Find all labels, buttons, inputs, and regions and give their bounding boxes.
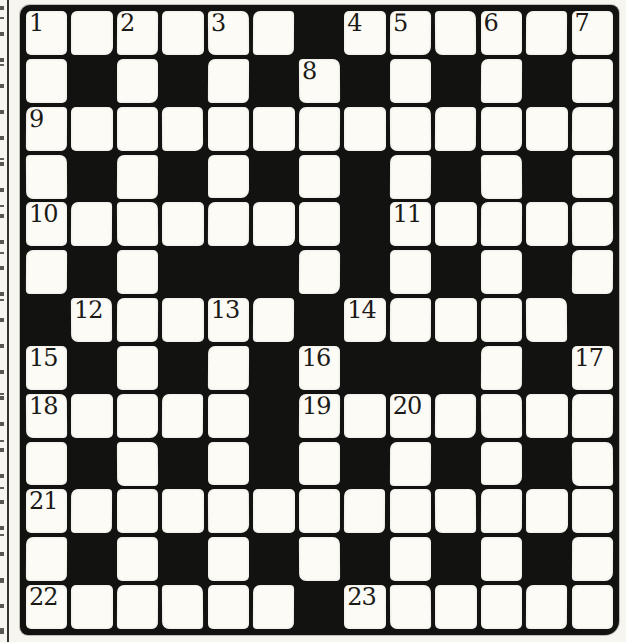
- black-cell: [435, 59, 476, 103]
- black-cell: [71, 537, 112, 581]
- white-cell[interactable]: [435, 11, 477, 55]
- white-cell[interactable]: 18: [26, 394, 68, 438]
- clue-number: 5: [393, 11, 407, 36]
- white-cell[interactable]: [71, 107, 112, 151]
- clue-number: 16: [302, 346, 331, 370]
- white-cell[interactable]: [71, 202, 113, 246]
- black-cell: [526, 155, 567, 199]
- white-cell[interactable]: [208, 346, 250, 390]
- white-cell[interactable]: 3: [208, 11, 250, 55]
- clue-number: 7: [575, 11, 589, 35]
- white-cell[interactable]: [344, 489, 386, 533]
- white-cell[interactable]: [390, 537, 431, 581]
- white-cell[interactable]: [299, 107, 341, 151]
- white-cell[interactable]: [571, 250, 613, 294]
- black-cell: [253, 394, 294, 438]
- black-cell: [344, 202, 385, 246]
- white-cell[interactable]: [253, 107, 294, 151]
- white-cell[interactable]: [571, 537, 613, 581]
- white-cell[interactable]: [299, 155, 340, 199]
- white-cell[interactable]: 8: [299, 59, 341, 103]
- white-cell[interactable]: [481, 537, 522, 581]
- white-cell[interactable]: [390, 59, 431, 103]
- white-cell[interactable]: 13: [208, 298, 249, 342]
- black-cell: [435, 442, 476, 486]
- white-cell[interactable]: [117, 154, 159, 198]
- white-cell[interactable]: [481, 250, 522, 294]
- black-cell: [344, 346, 385, 390]
- crossword-board: 1234567891011121314151617181920212223: [20, 5, 619, 635]
- white-cell[interactable]: [390, 585, 432, 629]
- black-cell: [26, 298, 67, 342]
- white-cell[interactable]: [572, 489, 613, 533]
- black-cell: [526, 537, 567, 581]
- white-cell[interactable]: [571, 394, 613, 438]
- black-cell: [208, 250, 249, 294]
- white-cell[interactable]: [208, 537, 249, 581]
- white-cell[interactable]: [299, 250, 341, 294]
- black-cell: [435, 537, 476, 581]
- black-cell: [162, 250, 203, 294]
- white-cell[interactable]: 23: [344, 585, 385, 629]
- white-cell[interactable]: 19: [299, 394, 341, 438]
- clue-number: 20: [393, 394, 422, 418]
- clue-number: 11: [393, 202, 422, 226]
- clue-number: 9: [29, 107, 43, 132]
- white-cell[interactable]: 12: [71, 298, 113, 342]
- white-cell[interactable]: [208, 585, 249, 629]
- black-cell: [162, 155, 203, 199]
- black-cell: [253, 155, 294, 199]
- white-cell[interactable]: [435, 107, 477, 151]
- white-cell[interactable]: 11: [390, 202, 431, 246]
- white-cell[interactable]: [390, 154, 432, 198]
- clue-number: 8: [302, 59, 316, 84]
- black-cell: [71, 250, 112, 294]
- black-cell: [253, 250, 294, 294]
- white-cell[interactable]: 4: [344, 11, 385, 55]
- white-cell[interactable]: [480, 394, 522, 438]
- white-cell[interactable]: [435, 202, 476, 246]
- white-cell[interactable]: [572, 59, 613, 103]
- white-cell[interactable]: 17: [572, 346, 613, 390]
- white-cell[interactable]: [117, 346, 158, 390]
- white-cell[interactable]: [344, 107, 385, 151]
- white-cell[interactable]: [253, 585, 295, 629]
- black-cell: [162, 59, 203, 103]
- black-cell: [71, 59, 112, 103]
- white-cell[interactable]: [253, 202, 294, 246]
- white-cell[interactable]: 14: [344, 298, 385, 342]
- white-cell[interactable]: 15: [26, 346, 67, 390]
- clue-number: 18: [29, 394, 58, 419]
- white-cell[interactable]: [526, 489, 567, 533]
- white-cell[interactable]: 9: [26, 107, 68, 151]
- white-cell[interactable]: [26, 442, 67, 486]
- white-cell[interactable]: [117, 202, 159, 246]
- white-cell[interactable]: [117, 537, 158, 581]
- clue-number: 13: [211, 298, 240, 322]
- newspaper-scan-page: 1234567891011121314151617181920212223: [0, 0, 626, 642]
- black-cell: [435, 250, 476, 294]
- white-cell[interactable]: 7: [572, 11, 613, 55]
- newsprint-column-rule: [7, 0, 9, 642]
- black-cell: [253, 537, 294, 581]
- black-cell: [526, 346, 567, 390]
- white-cell[interactable]: 16: [299, 346, 340, 390]
- clue-number: 21: [29, 489, 58, 513]
- white-cell[interactable]: [208, 442, 249, 486]
- white-cell[interactable]: [480, 154, 522, 198]
- white-cell[interactable]: [481, 346, 523, 390]
- white-cell[interactable]: [572, 155, 613, 199]
- white-cell[interactable]: 20: [390, 394, 431, 438]
- white-cell[interactable]: [299, 442, 340, 486]
- white-cell[interactable]: [208, 107, 249, 151]
- white-cell[interactable]: [435, 585, 476, 629]
- black-cell: [71, 155, 112, 199]
- white-cell[interactable]: [390, 489, 431, 533]
- clue-number: 4: [347, 11, 361, 35]
- white-cell[interactable]: [253, 298, 295, 342]
- white-cell[interactable]: [71, 489, 113, 533]
- white-cell[interactable]: [117, 442, 159, 486]
- clue-number: 22: [29, 585, 58, 609]
- white-cell[interactable]: [71, 585, 112, 629]
- newsprint-clipped-text-fragments: [0, 6, 4, 636]
- white-cell[interactable]: [162, 11, 203, 55]
- white-cell[interactable]: [208, 489, 250, 533]
- white-cell[interactable]: 2: [117, 11, 159, 55]
- white-cell[interactable]: [208, 202, 250, 246]
- white-cell[interactable]: [117, 394, 158, 438]
- white-cell[interactable]: [162, 107, 204, 151]
- white-cell[interactable]: [481, 585, 522, 629]
- white-cell[interactable]: [481, 202, 523, 246]
- white-cell[interactable]: [571, 202, 613, 246]
- white-cell[interactable]: [117, 59, 158, 103]
- black-cell: [572, 298, 613, 342]
- black-cell: [71, 442, 112, 486]
- white-cell[interactable]: [208, 59, 250, 103]
- white-cell[interactable]: [526, 11, 568, 55]
- white-cell[interactable]: [571, 442, 613, 486]
- white-cell[interactable]: [481, 298, 522, 342]
- white-cell[interactable]: [71, 11, 112, 55]
- black-cell: [344, 250, 385, 294]
- white-cell[interactable]: [390, 442, 432, 486]
- white-cell[interactable]: [71, 394, 112, 438]
- black-cell: [253, 442, 294, 486]
- black-cell: [162, 346, 203, 390]
- white-cell[interactable]: [390, 298, 432, 342]
- white-cell[interactable]: [117, 250, 158, 294]
- black-cell: [344, 537, 385, 581]
- black-cell: [253, 59, 294, 103]
- white-cell[interactable]: [390, 107, 432, 151]
- white-cell[interactable]: 6: [481, 11, 522, 55]
- white-cell[interactable]: 1: [26, 11, 67, 55]
- white-cell[interactable]: [526, 585, 568, 629]
- clue-number: 19: [302, 394, 331, 419]
- white-cell[interactable]: [481, 59, 523, 103]
- white-cell[interactable]: [435, 298, 476, 342]
- black-cell: [526, 59, 567, 103]
- white-cell[interactable]: [208, 394, 249, 438]
- black-cell: [299, 298, 340, 342]
- white-cell[interactable]: [253, 11, 295, 55]
- clue-number: 23: [347, 585, 376, 609]
- white-cell[interactable]: [208, 155, 249, 199]
- white-cell[interactable]: 21: [26, 489, 67, 533]
- white-cell[interactable]: [435, 489, 477, 533]
- white-cell[interactable]: [26, 59, 67, 103]
- white-cell[interactable]: [344, 394, 385, 438]
- white-cell[interactable]: [435, 394, 477, 438]
- white-cell[interactable]: [299, 489, 340, 533]
- black-cell: [435, 155, 476, 199]
- black-cell: [344, 442, 385, 486]
- black-cell: [162, 537, 203, 581]
- white-cell[interactable]: 10: [26, 202, 67, 246]
- black-cell: [299, 585, 340, 629]
- white-cell[interactable]: [299, 537, 341, 581]
- white-cell[interactable]: [526, 202, 567, 246]
- white-cell[interactable]: [162, 489, 203, 533]
- white-cell[interactable]: [390, 250, 431, 294]
- white-cell[interactable]: [26, 154, 68, 198]
- white-cell[interactable]: [481, 489, 523, 533]
- white-cell[interactable]: [162, 202, 203, 246]
- white-cell[interactable]: [526, 394, 567, 438]
- black-cell: [344, 155, 385, 199]
- white-cell[interactable]: [253, 489, 294, 533]
- clue-number: 2: [120, 11, 134, 36]
- white-cell[interactable]: [299, 202, 340, 246]
- white-cell[interactable]: [526, 107, 567, 151]
- black-cell: [526, 250, 567, 294]
- clue-number: 10: [29, 202, 58, 226]
- white-cell[interactable]: [162, 298, 203, 342]
- clue-number: 15: [29, 346, 58, 370]
- black-cell: [526, 442, 567, 486]
- white-cell[interactable]: [117, 298, 159, 342]
- white-cell[interactable]: [117, 585, 159, 629]
- white-cell[interactable]: [571, 107, 613, 151]
- black-cell: [162, 442, 203, 486]
- black-cell: [435, 346, 476, 390]
- white-cell[interactable]: [162, 394, 204, 438]
- white-cell[interactable]: [26, 537, 68, 581]
- clue-number: 1: [29, 11, 43, 35]
- black-cell: [390, 346, 431, 390]
- white-cell[interactable]: [117, 489, 158, 533]
- black-cell: [253, 346, 294, 390]
- white-cell[interactable]: [481, 107, 522, 151]
- black-cell: [299, 11, 340, 55]
- white-cell[interactable]: [572, 585, 613, 629]
- white-cell[interactable]: [26, 250, 68, 294]
- clue-number: 14: [347, 298, 376, 322]
- black-cell: [71, 346, 112, 390]
- white-cell[interactable]: [117, 107, 158, 151]
- clue-number: 12: [74, 298, 103, 323]
- clue-number: 3: [211, 11, 225, 36]
- white-cell[interactable]: [526, 298, 568, 342]
- white-cell[interactable]: 5: [390, 11, 432, 55]
- clue-number: 6: [484, 11, 498, 35]
- black-cell: [344, 59, 385, 103]
- white-cell[interactable]: 22: [26, 585, 67, 629]
- white-cell[interactable]: [162, 585, 204, 629]
- clue-number: 17: [575, 346, 604, 370]
- white-cell[interactable]: [481, 442, 522, 486]
